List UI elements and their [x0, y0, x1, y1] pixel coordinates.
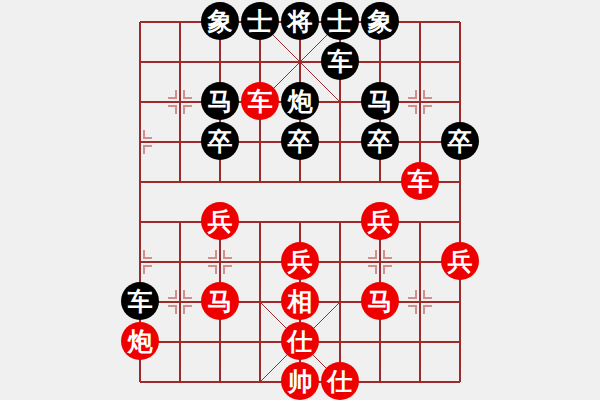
- piece-black-pawn[interactable]: 卒: [361, 122, 399, 160]
- piece-red-elephant[interactable]: 相: [281, 282, 319, 320]
- board-point: 车: [320, 42, 360, 82]
- piece-black-advisor[interactable]: 士: [241, 2, 279, 40]
- piece-red-advisor[interactable]: 仕: [321, 362, 359, 400]
- piece-black-pawn[interactable]: 卒: [201, 122, 239, 160]
- board-point: 卒: [440, 122, 480, 162]
- piece-black-rook[interactable]: 车: [121, 282, 159, 320]
- board-point: 仕: [320, 362, 360, 400]
- board-point: 士: [320, 2, 360, 42]
- piece-red-advisor[interactable]: 仕: [281, 322, 319, 360]
- piece-black-horse[interactable]: 马: [361, 82, 399, 120]
- board-grid: 象士将士象车马车炮马卒卒卒卒车兵兵兵兵车马相马炮仕帅仕: [120, 2, 480, 400]
- piece-black-elephant[interactable]: 象: [361, 2, 399, 40]
- board-point: 炮: [120, 322, 160, 362]
- board-point: 将: [280, 2, 320, 42]
- board-point: 卒: [200, 122, 240, 162]
- piece-red-rook[interactable]: 车: [401, 162, 439, 200]
- board-point: 相: [280, 282, 320, 322]
- piece-black-advisor[interactable]: 士: [321, 2, 359, 40]
- board-point: 兵: [200, 202, 240, 242]
- piece-red-general[interactable]: 帅: [281, 362, 319, 400]
- piece-black-cannon[interactable]: 炮: [281, 82, 319, 120]
- board-point: 卒: [280, 122, 320, 162]
- piece-black-general[interactable]: 将: [281, 2, 319, 40]
- piece-black-pawn[interactable]: 卒: [281, 122, 319, 160]
- piece-black-horse[interactable]: 马: [201, 82, 239, 120]
- board-point: 兵: [280, 242, 320, 282]
- board-point: 兵: [440, 242, 480, 282]
- board-point: 炮: [280, 82, 320, 122]
- board-point: 象: [200, 2, 240, 42]
- piece-red-pawn[interactable]: 兵: [281, 242, 319, 280]
- piece-red-horse[interactable]: 马: [361, 282, 399, 320]
- piece-red-horse[interactable]: 马: [201, 282, 239, 320]
- piece-red-rook[interactable]: 车: [241, 82, 279, 120]
- board-point: 马: [200, 282, 240, 322]
- piece-red-pawn[interactable]: 兵: [201, 202, 239, 240]
- board-point: 卒: [360, 122, 400, 162]
- board-point: 仕: [280, 322, 320, 362]
- piece-black-elephant[interactable]: 象: [201, 2, 239, 40]
- piece-black-pawn[interactable]: 卒: [441, 122, 479, 160]
- board-point: 车: [400, 162, 440, 202]
- board-point: 兵: [360, 202, 400, 242]
- piece-red-cannon[interactable]: 炮: [121, 322, 159, 360]
- xiangqi-board: 象士将士象车马车炮马卒卒卒卒车兵兵兵兵车马相马炮仕帅仕: [0, 0, 600, 400]
- piece-black-rook[interactable]: 车: [321, 42, 359, 80]
- board-point: 士: [240, 2, 280, 42]
- board-point: 帅: [280, 362, 320, 400]
- board-point: 马: [360, 82, 400, 122]
- piece-red-pawn[interactable]: 兵: [441, 242, 479, 280]
- board-point: 车: [240, 82, 280, 122]
- board-point: 马: [200, 82, 240, 122]
- board-point: 象: [360, 2, 400, 42]
- board-point: 马: [360, 282, 400, 322]
- piece-red-pawn[interactable]: 兵: [361, 202, 399, 240]
- board-point: 车: [120, 282, 160, 322]
